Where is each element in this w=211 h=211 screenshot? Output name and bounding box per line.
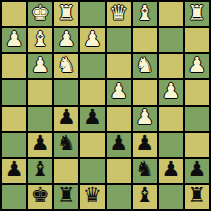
- square-h6[interactable]: [2, 133, 26, 157]
- square-a7[interactable]: ♟: [185, 159, 209, 183]
- square-b1[interactable]: [159, 2, 183, 26]
- black-pawn-piece: ♟: [31, 133, 50, 154]
- square-a2[interactable]: [185, 28, 209, 52]
- square-d7[interactable]: [107, 159, 131, 183]
- square-c8[interactable]: ♝: [133, 185, 157, 209]
- square-e8[interactable]: ♛: [80, 185, 104, 209]
- square-h5[interactable]: [2, 107, 26, 131]
- square-f8[interactable]: ♜: [54, 185, 78, 209]
- square-e3[interactable]: [80, 54, 104, 78]
- square-g1[interactable]: ♚: [28, 2, 52, 26]
- black-pawn-piece: ♟: [57, 107, 76, 128]
- square-f2[interactable]: ♟: [54, 28, 78, 52]
- white-pawn-piece: ♟: [83, 29, 102, 50]
- black-rook-piece: ♜: [188, 185, 207, 206]
- square-g8[interactable]: ♚: [28, 185, 52, 209]
- square-g3[interactable]: ♟: [28, 54, 52, 78]
- white-pawn-piece: ♟: [57, 29, 76, 50]
- square-d8[interactable]: [107, 185, 131, 209]
- white-pawn-piece: ♟: [188, 55, 207, 76]
- square-g6[interactable]: ♟: [28, 133, 52, 157]
- square-h7[interactable]: ♟: [2, 159, 26, 183]
- square-a1[interactable]: ♜: [185, 2, 209, 26]
- white-knight-piece: ♞: [135, 55, 154, 76]
- square-c6[interactable]: ♟: [133, 133, 157, 157]
- square-c1[interactable]: ♝: [133, 2, 157, 26]
- square-f4[interactable]: [54, 80, 78, 104]
- black-pawn-piece: ♟: [161, 159, 180, 180]
- square-c4[interactable]: [133, 80, 157, 104]
- square-b2[interactable]: [159, 28, 183, 52]
- black-queen-piece: ♛: [83, 185, 102, 206]
- white-king-piece: ♚: [31, 3, 50, 24]
- square-b4[interactable]: ♟: [159, 80, 183, 104]
- square-h8[interactable]: [2, 185, 26, 209]
- square-a3[interactable]: ♟: [185, 54, 209, 78]
- square-c3[interactable]: ♞: [133, 54, 157, 78]
- square-h4[interactable]: [2, 80, 26, 104]
- white-pawn-piece: ♟: [31, 55, 50, 76]
- square-e4[interactable]: [80, 80, 104, 104]
- square-d2[interactable]: [107, 28, 131, 52]
- white-pawn-piece: ♟: [109, 81, 128, 102]
- white-rook-piece: ♜: [57, 3, 76, 24]
- square-e7[interactable]: [80, 159, 104, 183]
- square-f3[interactable]: ♞: [54, 54, 78, 78]
- square-g7[interactable]: ♝: [28, 159, 52, 183]
- square-c7[interactable]: ♞: [133, 159, 157, 183]
- square-b6[interactable]: [159, 133, 183, 157]
- chess-board: ♚♜♛♝♜♟♝♟♟♟♞♞♟♟♟♟♟♟♟♞♟♟♟♝♞♟♟♚♜♛♝♜: [0, 0, 211, 211]
- square-g5[interactable]: [28, 107, 52, 131]
- black-knight-piece: ♞: [57, 133, 76, 154]
- square-e5[interactable]: ♟: [80, 107, 104, 131]
- white-knight-piece: ♞: [57, 55, 76, 76]
- square-e2[interactable]: ♟: [80, 28, 104, 52]
- white-bishop-piece: ♝: [31, 29, 50, 50]
- square-d6[interactable]: ♟: [107, 133, 131, 157]
- square-a4[interactable]: [185, 80, 209, 104]
- square-b7[interactable]: ♟: [159, 159, 183, 183]
- square-b5[interactable]: [159, 107, 183, 131]
- square-b8[interactable]: [159, 185, 183, 209]
- black-knight-piece: ♞: [135, 159, 154, 180]
- square-d1[interactable]: ♛: [107, 2, 131, 26]
- black-bishop-piece: ♝: [31, 159, 50, 180]
- black-pawn-piece: ♟: [109, 133, 128, 154]
- square-h1[interactable]: [2, 2, 26, 26]
- square-a5[interactable]: [185, 107, 209, 131]
- square-d3[interactable]: [107, 54, 131, 78]
- square-d5[interactable]: [107, 107, 131, 131]
- square-f6[interactable]: ♞: [54, 133, 78, 157]
- square-f1[interactable]: ♜: [54, 2, 78, 26]
- black-bishop-piece: ♝: [135, 185, 154, 206]
- square-e6[interactable]: [80, 133, 104, 157]
- square-f7[interactable]: [54, 159, 78, 183]
- black-pawn-piece: ♟: [5, 159, 24, 180]
- black-pawn-piece: ♟: [83, 107, 102, 128]
- white-pawn-piece: ♟: [5, 29, 24, 50]
- black-pawn-piece: ♟: [188, 159, 207, 180]
- square-c5[interactable]: ♟: [133, 107, 157, 131]
- white-rook-piece: ♜: [188, 3, 207, 24]
- black-king-piece: ♚: [31, 185, 50, 206]
- square-c2[interactable]: [133, 28, 157, 52]
- white-bishop-piece: ♝: [135, 3, 154, 24]
- white-pawn-piece: ♟: [161, 81, 180, 102]
- square-f5[interactable]: ♟: [54, 107, 78, 131]
- black-pawn-piece: ♟: [135, 133, 154, 154]
- white-pawn-piece: ♟: [135, 107, 154, 128]
- square-g4[interactable]: [28, 80, 52, 104]
- square-d4[interactable]: ♟: [107, 80, 131, 104]
- white-queen-piece: ♛: [109, 3, 128, 24]
- square-h3[interactable]: [2, 54, 26, 78]
- square-e1[interactable]: [80, 2, 104, 26]
- square-b3[interactable]: [159, 54, 183, 78]
- square-h2[interactable]: ♟: [2, 28, 26, 52]
- square-g2[interactable]: ♝: [28, 28, 52, 52]
- square-a6[interactable]: [185, 133, 209, 157]
- square-a8[interactable]: ♜: [185, 185, 209, 209]
- black-rook-piece: ♜: [57, 185, 76, 206]
